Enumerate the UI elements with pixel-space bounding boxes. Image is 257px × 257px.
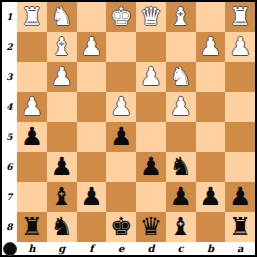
square-f7[interactable]: ♟ [77, 182, 107, 212]
square-h2[interactable] [17, 32, 47, 62]
square-b8[interactable] [196, 212, 226, 242]
square-f5[interactable] [77, 122, 107, 152]
square-e5[interactable]: ♟ [106, 122, 136, 152]
square-g4[interactable] [47, 92, 77, 122]
piece-bP-e5[interactable]: ♟ [106, 122, 136, 152]
square-c7[interactable]: ♟ [166, 182, 196, 212]
file-label-c: c [166, 242, 196, 255]
piece-wP-a2[interactable]: ♟ [225, 32, 255, 62]
square-c8[interactable]: ♝ [166, 212, 196, 242]
square-f2[interactable]: ♟ [77, 32, 107, 62]
square-d5[interactable] [136, 122, 166, 152]
square-g3[interactable]: ♟ [47, 62, 77, 92]
piece-wB-g2[interactable]: ♝ [47, 32, 77, 62]
piece-bB-c8[interactable]: ♝ [166, 212, 196, 242]
square-d8[interactable]: ♛ [136, 212, 166, 242]
square-d1[interactable]: ♛ [136, 2, 166, 32]
square-e3[interactable] [106, 62, 136, 92]
square-e4[interactable]: ♟ [106, 92, 136, 122]
square-h5[interactable]: ♟ [17, 122, 47, 152]
piece-bQ-d8[interactable]: ♛ [136, 212, 166, 242]
piece-wP-b2[interactable]: ♟ [196, 32, 226, 62]
piece-wB-c1[interactable]: ♝ [166, 2, 196, 32]
square-b4[interactable] [196, 92, 226, 122]
square-b2[interactable]: ♟ [196, 32, 226, 62]
file-label-g: g [47, 242, 77, 255]
piece-wP-g3[interactable]: ♟ [47, 62, 77, 92]
square-d4[interactable] [136, 92, 166, 122]
square-b1[interactable] [196, 2, 226, 32]
square-e6[interactable] [106, 152, 136, 182]
square-a5[interactable] [225, 122, 255, 152]
piece-wK-e1[interactable]: ♚ [106, 2, 136, 32]
square-e8[interactable]: ♚ [106, 212, 136, 242]
piece-wP-e4[interactable]: ♟ [106, 92, 136, 122]
rank-label-5: 5 [2, 122, 17, 152]
square-h8[interactable]: ♜ [17, 212, 47, 242]
square-c1[interactable]: ♝ [166, 2, 196, 32]
square-f6[interactable] [77, 152, 107, 182]
square-d6[interactable]: ♟ [136, 152, 166, 182]
square-a4[interactable] [225, 92, 255, 122]
square-a3[interactable] [225, 62, 255, 92]
square-a8[interactable]: ♜ [225, 212, 255, 242]
file-label-b: b [196, 242, 226, 255]
square-d2[interactable] [136, 32, 166, 62]
square-g6[interactable]: ♟ [47, 152, 77, 182]
square-h3[interactable] [17, 62, 47, 92]
square-a6[interactable] [225, 152, 255, 182]
rank-label-1: 1 [2, 2, 17, 32]
square-h6[interactable] [17, 152, 47, 182]
piece-bK-e8[interactable]: ♚ [106, 212, 136, 242]
square-b5[interactable] [196, 122, 226, 152]
file-label-h: h [17, 242, 47, 255]
square-f3[interactable] [77, 62, 107, 92]
piece-wN-c3[interactable]: ♞ [166, 62, 196, 92]
square-f8[interactable] [77, 212, 107, 242]
black-to-move-circle-icon [3, 242, 17, 256]
square-b7[interactable]: ♟ [196, 182, 226, 212]
rank-label-4: 4 [2, 92, 17, 122]
square-d3[interactable]: ♟ [136, 62, 166, 92]
square-a2[interactable]: ♟ [225, 32, 255, 62]
square-e1[interactable]: ♚ [106, 2, 136, 32]
square-f1[interactable] [77, 2, 107, 32]
square-f4[interactable] [77, 92, 107, 122]
piece-wP-h4[interactable]: ♟ [17, 92, 47, 122]
rank-label-6: 6 [2, 152, 17, 182]
square-c5[interactable] [166, 122, 196, 152]
rank-label-8: 8 [2, 212, 17, 242]
piece-wP-c4[interactable]: ♟ [166, 92, 196, 122]
square-b3[interactable] [196, 62, 226, 92]
square-c2[interactable] [166, 32, 196, 62]
square-a7[interactable]: ♟ [225, 182, 255, 212]
piece-wQ-d1[interactable]: ♛ [136, 2, 166, 32]
rank-label-3: 3 [2, 62, 17, 92]
square-g5[interactable] [47, 122, 77, 152]
chessboard-frame: 12345678 ♜♞♚♛♝♜♝♟♟♟♟♟♞♟♟♟♟♟♟♟♞♝♟♟♟♟♜♞♚♛♝… [0, 0, 257, 257]
square-e7[interactable] [106, 182, 136, 212]
square-h4[interactable]: ♟ [17, 92, 47, 122]
piece-bP-a7[interactable]: ♟ [225, 182, 255, 212]
piece-bN-c6[interactable]: ♞ [166, 152, 196, 182]
piece-wR-h1[interactable]: ♜ [17, 2, 47, 32]
file-label-d: d [136, 242, 166, 255]
piece-bR-a8[interactable]: ♜ [225, 212, 255, 242]
file-label-a: a [225, 242, 255, 255]
piece-wP-d3[interactable]: ♟ [136, 62, 166, 92]
to-move-indicator [2, 242, 17, 255]
square-g7[interactable]: ♝ [47, 182, 77, 212]
piece-wP-f2[interactable]: ♟ [77, 32, 107, 62]
file-labels: hgfedcba [17, 242, 255, 255]
board[interactable]: ♜♞♚♛♝♜♝♟♟♟♟♟♞♟♟♟♟♟♟♟♞♝♟♟♟♟♜♞♚♛♝♜ [17, 2, 255, 242]
rank-label-7: 7 [2, 182, 17, 212]
piece-bB-g7[interactable]: ♝ [47, 182, 77, 212]
piece-wR-a1[interactable]: ♜ [225, 2, 255, 32]
piece-bP-f7[interactable]: ♟ [77, 182, 107, 212]
rank-label-2: 2 [2, 32, 17, 62]
square-c3[interactable]: ♞ [166, 62, 196, 92]
square-b6[interactable] [196, 152, 226, 182]
square-g2[interactable]: ♝ [47, 32, 77, 62]
piece-bP-g6[interactable]: ♟ [47, 152, 77, 182]
piece-bR-h8[interactable]: ♜ [17, 212, 47, 242]
piece-bP-d6[interactable]: ♟ [136, 152, 166, 182]
square-g1[interactable]: ♞ [47, 2, 77, 32]
square-a1[interactable]: ♜ [225, 2, 255, 32]
piece-wN-g1[interactable]: ♞ [47, 2, 77, 32]
piece-bP-c7[interactable]: ♟ [166, 182, 196, 212]
piece-bN-g8[interactable]: ♞ [47, 212, 77, 242]
square-e2[interactable] [106, 32, 136, 62]
file-label-f: f [77, 242, 107, 255]
square-c4[interactable]: ♟ [166, 92, 196, 122]
rank-labels: 12345678 [2, 2, 17, 242]
file-label-e: e [106, 242, 136, 255]
square-d7[interactable] [136, 182, 166, 212]
square-g8[interactable]: ♞ [47, 212, 77, 242]
square-c6[interactable]: ♞ [166, 152, 196, 182]
piece-bP-h5[interactable]: ♟ [17, 122, 47, 152]
square-h7[interactable] [17, 182, 47, 212]
piece-bP-b7[interactable]: ♟ [196, 182, 226, 212]
square-h1[interactable]: ♜ [17, 2, 47, 32]
